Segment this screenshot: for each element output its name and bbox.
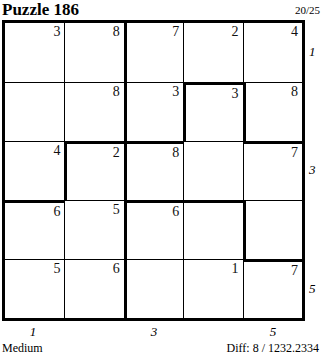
cell-r4c4[interactable] [183, 200, 242, 259]
cell-r3c3: 8 [124, 141, 183, 200]
given-digit: 2 [113, 145, 120, 160]
cell-r4c2: 5 [64, 200, 123, 259]
given-digit: 3 [232, 86, 239, 101]
puzzle-title: Puzzle 186 [2, 0, 79, 20]
cell-r2c3: 3 [124, 82, 183, 141]
given-digit: 6 [113, 261, 120, 276]
cell-r5c4: 1 [183, 259, 242, 318]
cell-r1c1: 3 [5, 23, 64, 82]
given-digit: 2 [232, 24, 239, 39]
puzzle-board: 38724833842876565617 [2, 20, 305, 321]
cell-r2c1[interactable] [5, 82, 64, 141]
given-digit: 3 [53, 24, 60, 39]
given-digit: 8 [113, 84, 120, 99]
given-digit: 4 [291, 24, 298, 39]
cell-r2c4: 3 [183, 82, 242, 141]
cell-r1c2: 8 [64, 23, 123, 82]
cell-r1c4: 2 [183, 23, 242, 82]
row-label-3: 3 [309, 163, 316, 176]
given-digit: 8 [172, 145, 179, 160]
given-digit: 5 [53, 261, 60, 276]
col-label-1: 1 [30, 325, 37, 338]
row-label-5: 5 [309, 282, 316, 295]
cell-r4c3: 6 [124, 200, 183, 259]
given-digit: 5 [113, 202, 120, 217]
given-digit: 6 [53, 204, 60, 219]
cell-r1c5: 4 [243, 23, 302, 82]
given-digit: 1 [232, 261, 239, 276]
givens-counter: 20/25 [295, 4, 320, 16]
difficulty-stats: Diff: 8 / 1232.2334 [227, 341, 319, 355]
difficulty-label: Medium [2, 341, 43, 355]
cell-r5c1: 5 [5, 259, 64, 318]
given-digit: 3 [172, 84, 179, 99]
cell-r5c2: 6 [64, 259, 123, 318]
given-digit: 7 [291, 263, 298, 278]
row-label-1: 1 [309, 45, 316, 58]
cell-r3c2: 2 [64, 141, 123, 200]
cell-r2c2: 8 [64, 82, 123, 141]
cell-r4c5[interactable] [243, 200, 302, 259]
given-digit: 8 [291, 84, 298, 99]
col-label-5: 5 [270, 325, 277, 338]
given-digit: 4 [53, 143, 60, 158]
cell-r1c3: 7 [124, 23, 183, 82]
cell-r3c4[interactable] [183, 141, 242, 200]
cell-r5c5: 7 [243, 259, 302, 318]
col-label-3: 3 [151, 325, 158, 338]
cell-r2c5: 8 [243, 82, 302, 141]
given-digit: 8 [113, 24, 120, 39]
cell-r5c3[interactable] [124, 259, 183, 318]
cell-r3c5: 7 [243, 141, 302, 200]
cell-r4c1: 6 [5, 200, 64, 259]
given-digit: 6 [172, 204, 179, 219]
cell-r3c1: 4 [5, 141, 64, 200]
given-digit: 7 [172, 24, 179, 39]
given-digit: 7 [291, 145, 298, 160]
